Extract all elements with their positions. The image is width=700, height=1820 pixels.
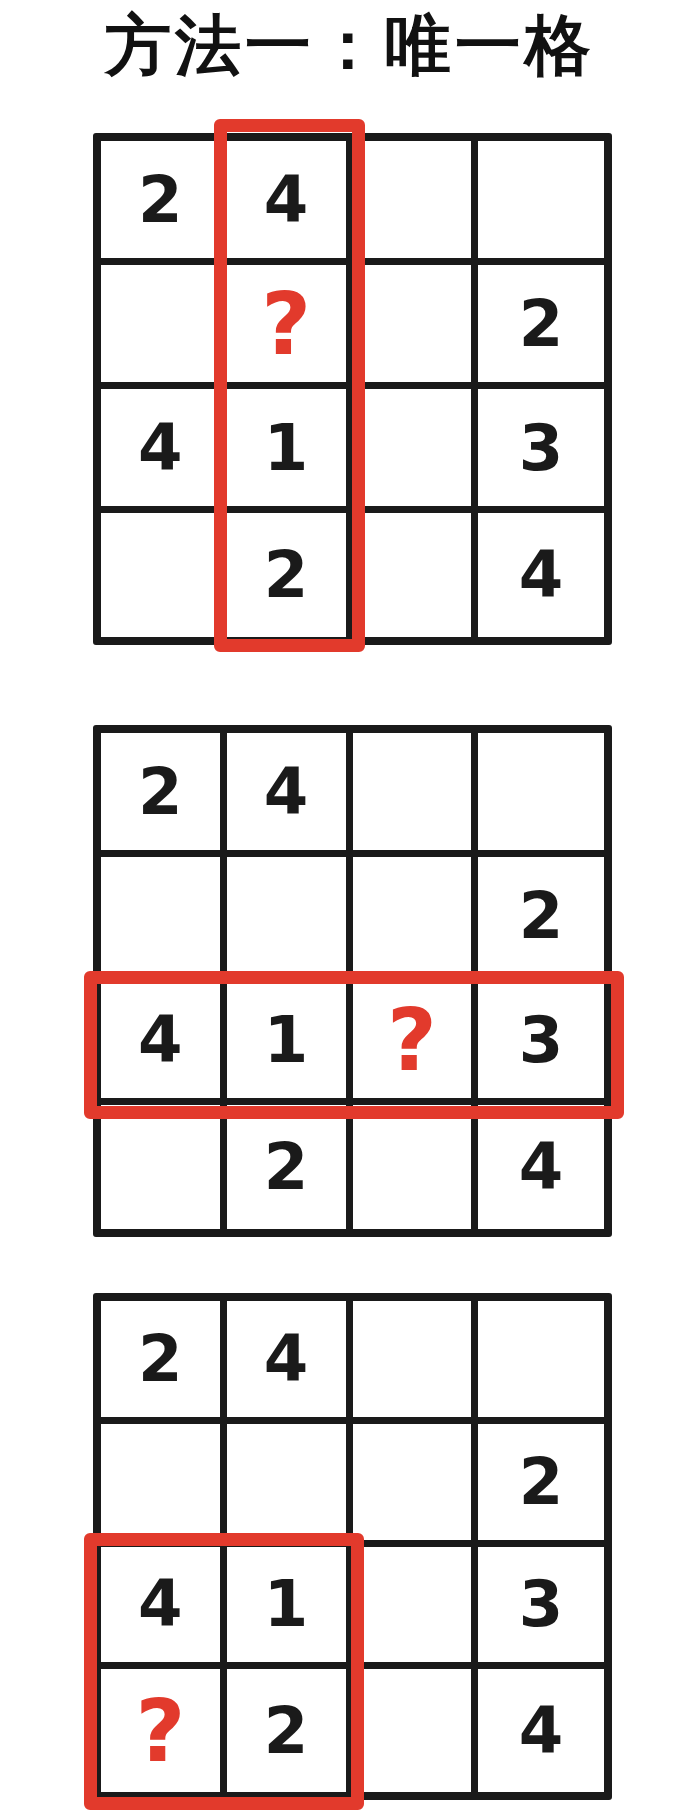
board2-cell-r4c3 — [353, 1105, 479, 1229]
board1-cell-r1c2: 4 — [227, 141, 353, 265]
board2-cell-r4c1 — [101, 1105, 227, 1229]
board3-cell-r3c1: 4 — [101, 1547, 227, 1670]
board2-cell-r1c1: 2 — [101, 733, 227, 857]
board2-cell-r3c1: 4 — [101, 981, 227, 1105]
board3-cell-r4c2: 2 — [227, 1669, 353, 1792]
board1-cell-r3c2: 1 — [227, 389, 353, 513]
board2-cell-r3c2: 1 — [227, 981, 353, 1105]
board1-cell-r3c1: 4 — [101, 389, 227, 513]
board2-cell-r2c3 — [353, 857, 479, 981]
board1-cell-r4c1 — [101, 513, 227, 637]
board2-cell-r3c4: 3 — [478, 981, 604, 1105]
board1-cell-r4c2: 2 — [227, 513, 353, 637]
board-1-column-example: 24?241324 — [93, 133, 612, 645]
board3-cell-r4c3 — [353, 1669, 479, 1792]
board1-cell-r2c1 — [101, 265, 227, 389]
board3-cell-r2c3 — [353, 1424, 479, 1547]
board3-cell-r2c2 — [227, 1424, 353, 1547]
board2-cell-r2c2 — [227, 857, 353, 981]
board1-cell-r1c1: 2 — [101, 141, 227, 265]
board1-cell-r2c3 — [353, 265, 479, 389]
board3-cell-r4c4: 4 — [478, 1669, 604, 1792]
board3-cell-r3c3 — [353, 1547, 479, 1670]
board2-cell-r1c4 — [478, 733, 604, 857]
board-2-row-example: 24241?324 — [93, 725, 612, 1237]
board2-cell-r4c4: 4 — [478, 1105, 604, 1229]
board3-cell-r1c4 — [478, 1301, 604, 1424]
board3-cell-r1c2: 4 — [227, 1301, 353, 1424]
board2-cell-r1c3 — [353, 733, 479, 857]
board2-cell-r1c2: 4 — [227, 733, 353, 857]
board2-cell-r2c4: 2 — [478, 857, 604, 981]
board3-cell-r2c4: 2 — [478, 1424, 604, 1547]
board2-cell-r3c3: ? — [353, 981, 479, 1105]
board1-cell-r1c4 — [478, 141, 604, 265]
board1-cell-r4c4: 4 — [478, 513, 604, 637]
sudoku-tutorial-diagram: 方法一：唯一格 24?241324 24241?324 242413?24 — [0, 0, 700, 1820]
board1-cell-r1c3 — [353, 141, 479, 265]
board1-cell-r2c4: 2 — [478, 265, 604, 389]
board3-cell-r4c1: ? — [101, 1669, 227, 1792]
board1-cell-r2c2: ? — [227, 265, 353, 389]
board3-cell-r3c4: 3 — [478, 1547, 604, 1670]
page-title: 方法一：唯一格 — [0, 0, 700, 92]
board3-cell-r2c1 — [101, 1424, 227, 1547]
board1-cell-r3c4: 3 — [478, 389, 604, 513]
board2-cell-r2c1 — [101, 857, 227, 981]
board3-cell-r3c2: 1 — [227, 1547, 353, 1670]
board2-cell-r4c2: 2 — [227, 1105, 353, 1229]
board3-cell-r1c1: 2 — [101, 1301, 227, 1424]
board3-cell-r1c3 — [353, 1301, 479, 1424]
board1-cell-r3c3 — [353, 389, 479, 513]
board-3-box-example: 242413?24 — [93, 1293, 612, 1800]
board1-cell-r4c3 — [353, 513, 479, 637]
